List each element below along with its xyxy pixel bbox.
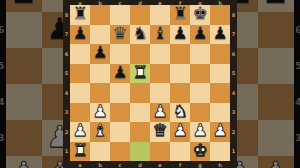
file-label-e: e <box>150 161 170 168</box>
square-h7[interactable]: ♟ <box>258 0 294 12</box>
white-pawn-h2[interactable]: ♟ <box>263 155 290 168</box>
square-a3[interactable] <box>6 120 42 156</box>
file-label-a: a <box>70 161 90 168</box>
square-h4[interactable] <box>258 84 294 120</box>
square-a6[interactable] <box>70 44 90 64</box>
rank-coordinates: 87654321 <box>294 0 300 168</box>
square-d4[interactable] <box>130 83 150 103</box>
square-c1[interactable] <box>110 142 130 162</box>
square-b8[interactable] <box>90 5 110 25</box>
black-rook-f8[interactable]: ♜ <box>172 4 187 24</box>
square-e1[interactable] <box>150 142 170 162</box>
file-label-h: h <box>210 161 230 168</box>
white-rook-d5[interactable]: ♜ <box>132 63 147 83</box>
square-b7[interactable] <box>90 25 110 45</box>
file-label-d: d <box>130 161 150 168</box>
rank-label-8: 8 <box>230 5 237 25</box>
file-label-b: b <box>90 161 110 168</box>
square-a5[interactable] <box>70 64 90 84</box>
rank-label-3: 3 <box>294 120 300 156</box>
rank-label-5: 5 <box>294 48 300 84</box>
black-pawn-a7[interactable]: ♟ <box>72 24 87 44</box>
square-h4[interactable] <box>210 83 230 103</box>
rank-label-2: 2 <box>294 156 300 168</box>
square-g3[interactable] <box>190 103 210 123</box>
black-pawn-a7[interactable]: ♟ <box>11 0 38 11</box>
square-e4[interactable] <box>150 83 170 103</box>
rank-label-7: 7 <box>230 25 237 45</box>
rank-label-7: 7 <box>63 25 70 45</box>
square-d5[interactable]: ♜ <box>130 64 150 84</box>
square-d8[interactable] <box>130 5 150 25</box>
rank-coordinates: 87654321 <box>230 5 237 161</box>
rank-coordinates: 87654321 <box>63 5 70 161</box>
rank-label-7: 7 <box>294 0 300 12</box>
square-a5[interactable] <box>6 48 42 84</box>
square-b4[interactable] <box>90 83 110 103</box>
white-pawn-b3[interactable]: ♟ <box>92 102 107 122</box>
square-a2[interactable]: ♟ <box>6 156 42 168</box>
rank-label-8: 8 <box>63 5 70 25</box>
square-h1[interactable] <box>210 142 230 162</box>
square-h2[interactable]: ♟ <box>210 122 230 142</box>
square-b1[interactable] <box>90 142 110 162</box>
square-a6[interactable] <box>6 12 42 48</box>
black-pawn-g7[interactable]: ♟ <box>192 24 207 44</box>
square-a7[interactable]: ♟ <box>6 0 42 12</box>
black-pawn-c5[interactable]: ♟ <box>112 63 127 83</box>
square-d3[interactable] <box>130 103 150 123</box>
square-g1[interactable]: ♚ <box>190 142 210 162</box>
square-f7[interactable]: ♟ <box>170 25 190 45</box>
square-h5[interactable] <box>258 48 294 84</box>
rank-label-2: 2 <box>63 122 70 142</box>
square-c5[interactable]: ♟ <box>110 64 130 84</box>
square-h5[interactable] <box>210 64 230 84</box>
black-knight-d7[interactable]: ♞ <box>132 24 147 44</box>
square-b6[interactable]: ♟ <box>90 44 110 64</box>
square-c7[interactable]: ♛ <box>110 25 130 45</box>
square-a7[interactable]: ♟ <box>70 25 90 45</box>
square-f6[interactable] <box>170 44 190 64</box>
file-label-c: c <box>110 161 130 168</box>
square-h6[interactable] <box>258 12 294 48</box>
square-h3[interactable] <box>210 103 230 123</box>
rank-label-6: 6 <box>230 44 237 64</box>
black-rook-a8[interactable]: ♜ <box>72 4 87 24</box>
square-e7[interactable]: ♝ <box>150 25 170 45</box>
file-coordinates: abcdefgh <box>70 161 230 168</box>
black-pawn-b6[interactable]: ♟ <box>92 43 107 63</box>
black-pawn-h7[interactable]: ♟ <box>212 24 227 44</box>
square-c6[interactable] <box>110 44 130 64</box>
square-e3[interactable]: ♟ <box>150 103 170 123</box>
square-g5[interactable] <box>190 64 210 84</box>
square-g6[interactable] <box>190 44 210 64</box>
square-f2[interactable]: ♟ <box>170 122 190 142</box>
white-king-g1[interactable]: ♚ <box>192 141 207 161</box>
white-knight-f3[interactable]: ♞ <box>172 102 187 122</box>
file-label-g: g <box>190 161 210 168</box>
white-pawn-e3[interactable]: ♟ <box>152 102 167 122</box>
square-b3[interactable]: ♟ <box>90 103 110 123</box>
square-a1[interactable]: ♜ <box>70 142 90 162</box>
rank-label-4: 4 <box>294 84 300 120</box>
square-g2[interactable]: ♟ <box>190 122 210 142</box>
rank-label-6: 6 <box>63 44 70 64</box>
black-queen-c7[interactable]: ♛ <box>112 24 127 44</box>
square-h2[interactable]: ♟ <box>258 156 294 168</box>
square-b2[interactable]: ♝ <box>90 122 110 142</box>
white-bishop-b2[interactable]: ♝ <box>92 121 107 141</box>
white-pawn-a2[interactable]: ♟ <box>72 121 87 141</box>
white-pawn-g2[interactable]: ♟ <box>192 121 207 141</box>
rank-label-5: 5 <box>230 64 237 84</box>
square-e6[interactable] <box>150 44 170 64</box>
rank-label-4: 4 <box>63 83 70 103</box>
squares-grid: ♜♜♚♟♛♞♝♟♟♟♟♟♜♟♟♞♟♝♛♟♟♟♜♚ <box>70 5 230 161</box>
rank-label-6: 6 <box>294 12 300 48</box>
square-f4[interactable] <box>170 83 190 103</box>
square-h8[interactable] <box>210 5 230 25</box>
file-label-f: f <box>170 161 190 168</box>
square-g8[interactable]: ♚ <box>190 5 210 25</box>
square-e8[interactable] <box>150 5 170 25</box>
square-d7[interactable]: ♞ <box>130 25 150 45</box>
rank-label-1: 1 <box>63 142 70 162</box>
square-a2[interactable]: ♟ <box>70 122 90 142</box>
square-a8[interactable]: ♜ <box>70 5 90 25</box>
square-c3[interactable] <box>110 103 130 123</box>
black-king-g8[interactable]: ♚ <box>192 4 207 24</box>
video-frame: abcdefghabcdefgh8765432187654321♜♜♚♟♛♞♝♟… <box>0 0 300 168</box>
white-queen-e2[interactable]: ♛ <box>152 121 167 141</box>
square-g7[interactable]: ♟ <box>190 25 210 45</box>
square-b5[interactable] <box>90 64 110 84</box>
square-a4[interactable] <box>6 84 42 120</box>
white-rook-a1[interactable]: ♜ <box>72 141 87 161</box>
rank-label-3: 3 <box>63 103 70 123</box>
square-a3[interactable] <box>70 103 90 123</box>
black-pawn-f7[interactable]: ♟ <box>172 24 187 44</box>
rank-label-1: 1 <box>230 142 237 162</box>
black-pawn-h7[interactable]: ♟ <box>263 0 290 11</box>
square-c2[interactable] <box>110 122 130 142</box>
square-d2[interactable] <box>130 122 150 142</box>
square-f1[interactable] <box>170 142 190 162</box>
square-c4[interactable] <box>110 83 130 103</box>
square-g4[interactable] <box>190 83 210 103</box>
square-h3[interactable] <box>258 120 294 156</box>
rank-label-5: 5 <box>63 64 70 84</box>
square-f3[interactable]: ♞ <box>170 103 190 123</box>
rank-label-4: 4 <box>230 83 237 103</box>
rank-label-2: 2 <box>230 122 237 142</box>
square-a4[interactable] <box>70 83 90 103</box>
white-pawn-a2[interactable]: ♟ <box>11 155 38 168</box>
black-bishop-e7[interactable]: ♝ <box>152 24 167 44</box>
square-h6[interactable] <box>210 44 230 64</box>
square-f8[interactable]: ♜ <box>170 5 190 25</box>
white-pawn-f2[interactable]: ♟ <box>172 121 187 141</box>
square-d1[interactable] <box>130 142 150 162</box>
square-h7[interactable]: ♟ <box>210 25 230 45</box>
square-d6[interactable] <box>130 44 150 64</box>
square-e5[interactable] <box>150 64 170 84</box>
square-f5[interactable] <box>170 64 190 84</box>
rank-label-3: 3 <box>230 103 237 123</box>
square-e2[interactable]: ♛ <box>150 122 170 142</box>
white-pawn-h2[interactable]: ♟ <box>212 121 227 141</box>
square-c8[interactable] <box>110 5 130 25</box>
chess-board: abcdefghabcdefgh8765432187654321♜♜♚♟♛♞♝♟… <box>63 0 237 168</box>
